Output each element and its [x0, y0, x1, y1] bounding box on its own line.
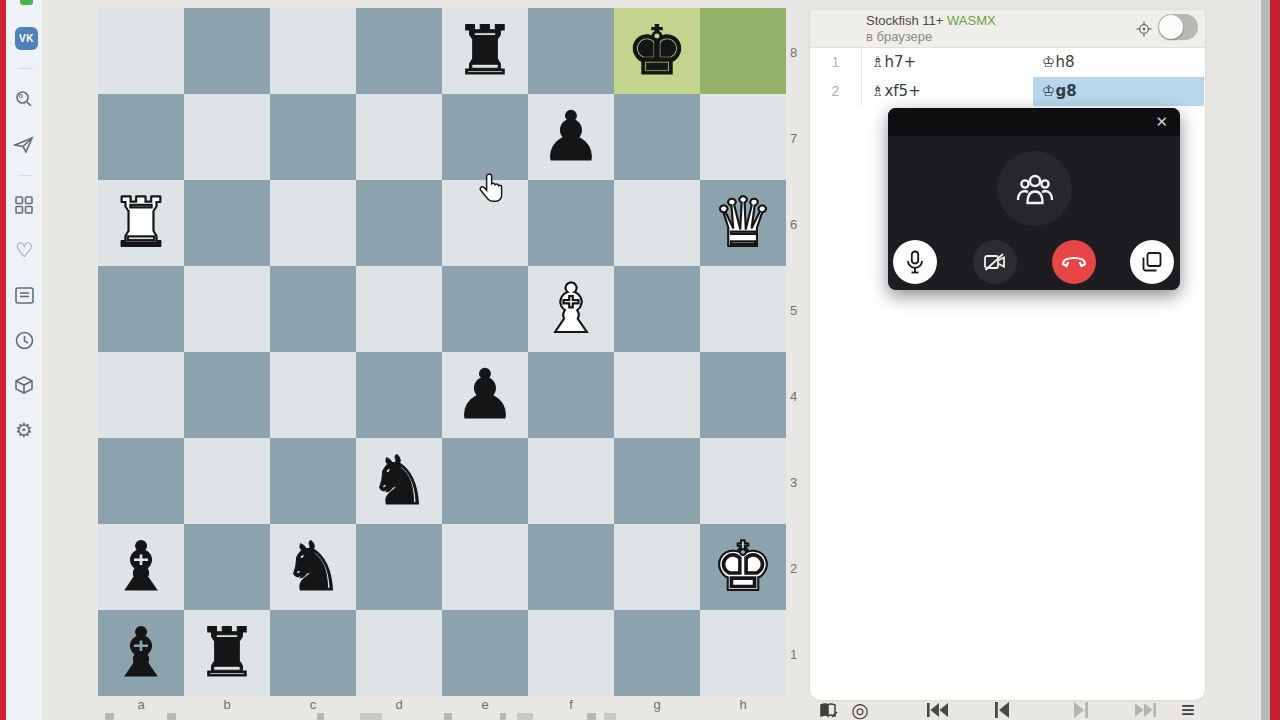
square-b8[interactable] — [184, 8, 270, 94]
move-white-1[interactable]: ♗h7+ — [862, 48, 1033, 77]
square-a6[interactable]: ♜ — [98, 180, 184, 266]
square-b1[interactable]: ♜ — [184, 610, 270, 696]
square-e2[interactable] — [442, 524, 528, 610]
microphone-button[interactable] — [893, 240, 937, 284]
black-pawn-e4[interactable]: ♟ — [442, 352, 528, 438]
square-g1[interactable] — [614, 610, 700, 696]
black-king-g8[interactable]: ♚ — [614, 8, 700, 94]
file-label-h: h — [700, 697, 786, 712]
call-titlebar[interactable] — [888, 108, 1180, 136]
square-b3[interactable] — [184, 438, 270, 524]
app-window: VK ♡ ⚙ ♜♚♟♜♛♝♟♞♝♞♚♝♜ abcdefgh 87 — [0, 0, 1280, 720]
square-g7[interactable] — [614, 94, 700, 180]
square-e8[interactable]: ♜ — [442, 8, 528, 94]
engine-toggle[interactable] — [1158, 14, 1198, 40]
square-e4[interactable]: ♟ — [442, 352, 528, 438]
hang-up-button[interactable] — [1052, 240, 1096, 284]
square-b7[interactable] — [184, 94, 270, 180]
engine-subtitle: в браузере — [866, 29, 932, 44]
square-h7[interactable] — [700, 94, 786, 180]
right-red-edge — [1270, 0, 1280, 720]
square-a3[interactable] — [98, 438, 184, 524]
black-pawn-f7[interactable]: ♟ — [528, 94, 614, 180]
square-c1[interactable] — [270, 610, 356, 696]
sidebar-divider — [18, 175, 33, 176]
notes-book-icon[interactable] — [816, 700, 840, 720]
file-label-f: f — [528, 697, 614, 712]
square-e7[interactable] — [442, 94, 528, 180]
square-h6[interactable]: ♛ — [700, 180, 786, 266]
square-d2[interactable] — [356, 524, 442, 610]
square-f5[interactable]: ♝ — [528, 266, 614, 352]
rank-label-7: 7 — [790, 131, 804, 146]
group-avatar — [997, 151, 1072, 226]
rank-label-4: 4 — [790, 389, 804, 404]
square-a7[interactable] — [98, 94, 184, 180]
square-g8[interactable]: ♚ — [614, 8, 700, 94]
right-scrollbar[interactable] — [1261, 0, 1270, 720]
square-d1[interactable] — [356, 610, 442, 696]
square-d6[interactable] — [356, 180, 442, 266]
square-g3[interactable] — [614, 438, 700, 524]
square-h8[interactable] — [700, 8, 786, 94]
status-green-fragment — [20, 0, 33, 5]
video-call-overlay: ✕ — [888, 108, 1180, 290]
menu-icon[interactable]: ≡ — [1175, 700, 1201, 720]
move-black-2-selected[interactable]: ♔g8 — [1033, 77, 1204, 106]
square-f8[interactable] — [528, 8, 614, 94]
square-e3[interactable] — [442, 438, 528, 524]
square-h5[interactable] — [700, 266, 786, 352]
square-a5[interactable] — [98, 266, 184, 352]
favorites-heart-icon[interactable]: ♡ — [6, 237, 42, 263]
apps-grid-icon[interactable] — [6, 192, 42, 218]
left-red-edge — [0, 0, 6, 720]
rank-label-5: 5 — [790, 303, 804, 318]
square-b5[interactable] — [184, 266, 270, 352]
step-forward-icon[interactable] — [1068, 700, 1092, 720]
move-row: 2 ♗xf5+ ♔g8 — [810, 77, 1205, 106]
square-f1[interactable] — [528, 610, 614, 696]
step-back-icon[interactable] — [990, 700, 1014, 720]
analysis-toolbar: ◎ ≡ — [810, 700, 1205, 720]
vk-logo-icon[interactable]: VK — [15, 27, 38, 50]
file-label-b: b — [184, 697, 270, 712]
history-clock-icon[interactable] — [6, 327, 42, 353]
file-coordinates: abcdefgh — [98, 697, 786, 712]
black-rook-e8[interactable]: ♜ — [442, 8, 528, 94]
square-g5[interactable] — [614, 266, 700, 352]
move-black-1[interactable]: ♔h8 — [1033, 48, 1204, 77]
move-row: 1 ♗h7+ ♔h8 — [810, 48, 1205, 77]
engine-name: Stockfish 11+ — [866, 13, 943, 28]
file-label-e: e — [442, 697, 528, 712]
square-b4[interactable] — [184, 352, 270, 438]
square-f7[interactable]: ♟ — [528, 94, 614, 180]
square-h1[interactable] — [700, 610, 786, 696]
toggle-knob — [1159, 15, 1183, 39]
square-c4[interactable] — [270, 352, 356, 438]
square-c7[interactable] — [270, 94, 356, 180]
square-g4[interactable] — [614, 352, 700, 438]
square-c5[interactable] — [270, 266, 356, 352]
square-h4[interactable] — [700, 352, 786, 438]
square-d5[interactable] — [356, 266, 442, 352]
square-a4[interactable] — [98, 352, 184, 438]
square-h2[interactable]: ♚ — [700, 524, 786, 610]
square-h3[interactable] — [700, 438, 786, 524]
engine-title: Stockfish 11+ WASMX — [866, 13, 996, 28]
skip-to-end-icon[interactable] — [1132, 700, 1158, 720]
move-white-2[interactable]: ♗xf5+ — [862, 77, 1033, 106]
square-f2[interactable] — [528, 524, 614, 610]
close-icon[interactable]: ✕ — [1155, 113, 1168, 131]
white-rook-a6[interactable]: ♜ — [98, 180, 184, 266]
search-icon[interactable] — [6, 86, 42, 112]
white-bishop-f5[interactable]: ♝ — [528, 266, 614, 352]
square-d8[interactable] — [356, 8, 442, 94]
square-g6[interactable] — [614, 180, 700, 266]
square-b2[interactable] — [184, 524, 270, 610]
chess-board[interactable]: ♜♚♟♜♛♝♟♞♝♞♚♝♜ — [98, 8, 786, 696]
square-e6[interactable] — [442, 180, 528, 266]
camera-off-button[interactable] — [973, 240, 1017, 284]
square-a1[interactable]: ♝ — [98, 610, 184, 696]
rank-coordinates: 87654321 — [788, 8, 806, 696]
square-f4[interactable] — [528, 352, 614, 438]
square-a8[interactable] — [98, 8, 184, 94]
black-knight-c2[interactable]: ♞ — [270, 524, 356, 610]
square-d4[interactable] — [356, 352, 442, 438]
file-label-a: a — [98, 697, 184, 712]
target-crosshair-icon — [1136, 21, 1152, 37]
settings-gear-icon[interactable]: ⚙ — [6, 417, 42, 443]
white-king-h2[interactable]: ♚ — [700, 524, 786, 610]
black-knight-d3[interactable]: ♞ — [356, 438, 442, 524]
square-f3[interactable] — [528, 438, 614, 524]
black-bishop-a1[interactable]: ♝ — [98, 610, 184, 696]
box-cube-icon[interactable] — [6, 372, 42, 398]
screen-share-button[interactable] — [1130, 240, 1174, 284]
newsfeed-icon[interactable] — [6, 282, 42, 308]
engine-header: Stockfish 11+ WASMX в браузере — [810, 10, 1205, 48]
move-number: 1 — [810, 48, 862, 77]
sidebar-divider — [18, 68, 33, 69]
file-label-d: d — [356, 697, 442, 712]
rank-label-2: 2 — [790, 561, 804, 576]
square-d3[interactable]: ♞ — [356, 438, 442, 524]
square-f6[interactable] — [528, 180, 614, 266]
move-number: 2 — [810, 77, 862, 106]
rank-label-1: 1 — [790, 647, 804, 662]
left-sidebar: VK ♡ ⚙ — [6, 0, 42, 720]
square-e1[interactable] — [442, 610, 528, 696]
rank-label-3: 3 — [790, 475, 804, 490]
square-d7[interactable] — [356, 94, 442, 180]
square-e5[interactable] — [442, 266, 528, 352]
black-rook-b1[interactable]: ♜ — [184, 610, 270, 696]
square-c2[interactable]: ♞ — [270, 524, 356, 610]
square-c6[interactable] — [270, 180, 356, 266]
skip-to-start-icon[interactable] — [925, 700, 951, 720]
engine-badge: WASMX — [947, 13, 996, 28]
rank-label-8: 8 — [790, 45, 804, 60]
black-bishop-a2[interactable]: ♝ — [98, 524, 184, 610]
rank-label-6: 6 — [790, 217, 804, 232]
square-c8[interactable] — [270, 8, 356, 94]
clipped-bottom-row — [0, 713, 780, 720]
file-label-g: g — [614, 697, 700, 712]
square-g2[interactable] — [614, 524, 700, 610]
target-record-icon[interactable]: ◎ — [848, 700, 872, 720]
square-c3[interactable] — [270, 438, 356, 524]
send-icon[interactable] — [6, 132, 42, 158]
square-b6[interactable] — [184, 180, 270, 266]
file-label-c: c — [270, 697, 356, 712]
white-queen-h6[interactable]: ♛ — [700, 180, 786, 266]
square-a2[interactable]: ♝ — [98, 524, 184, 610]
